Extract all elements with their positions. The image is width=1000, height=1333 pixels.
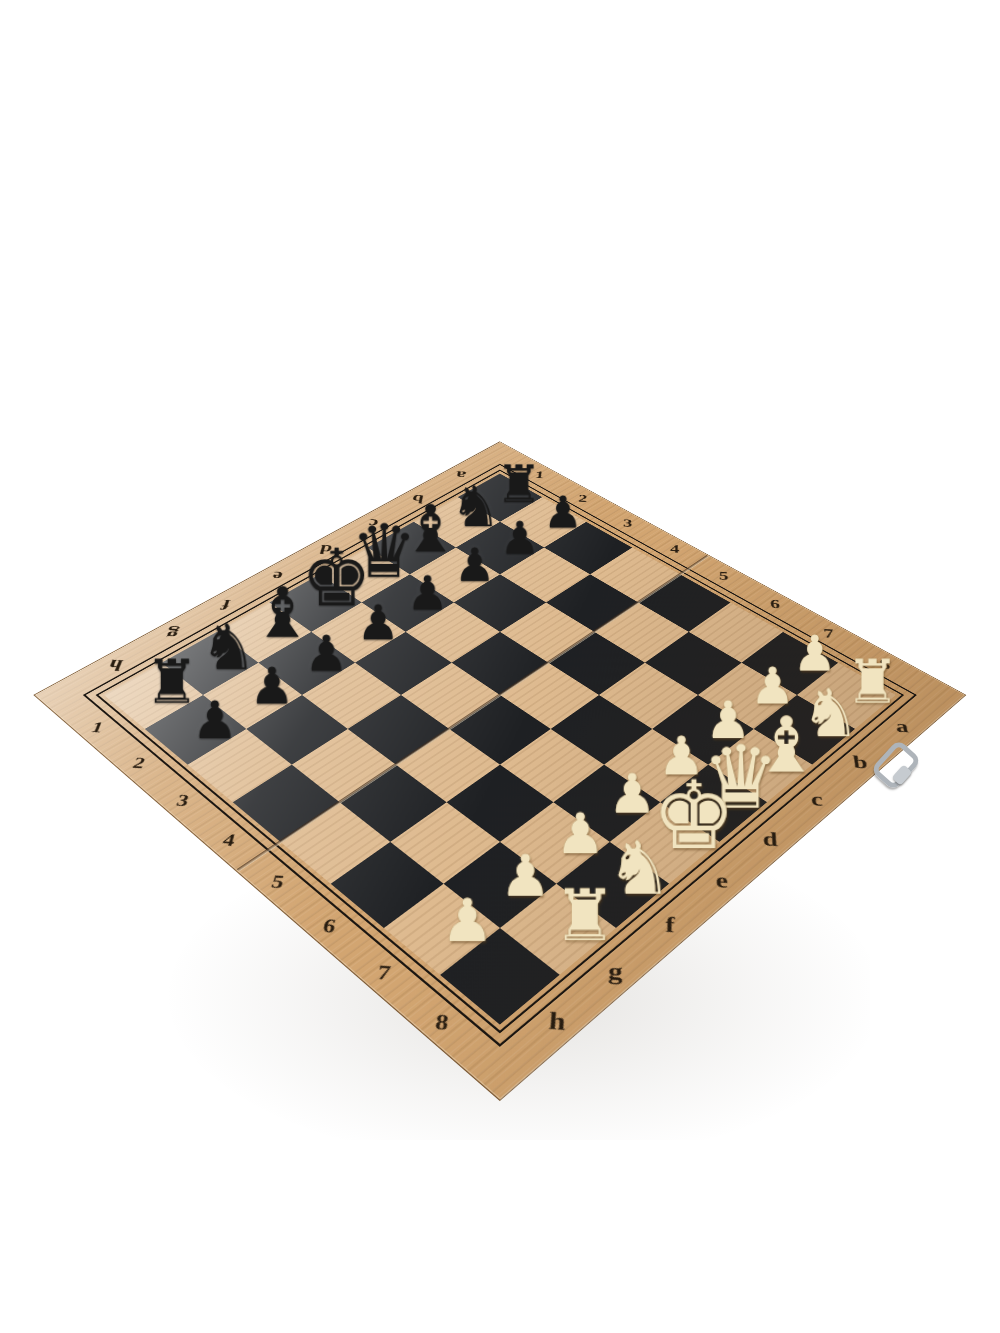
- clasp-pin: [892, 764, 913, 785]
- black-pawn-icon: ♟: [179, 695, 252, 747]
- white-pawn-icon: ♟: [426, 891, 509, 950]
- white-rook-icon: ♜: [543, 879, 626, 950]
- product-photo-chess-set: hgfedcba hgfedcba 12345678 12345678 ♜♞♝♛…: [0, 0, 1000, 1333]
